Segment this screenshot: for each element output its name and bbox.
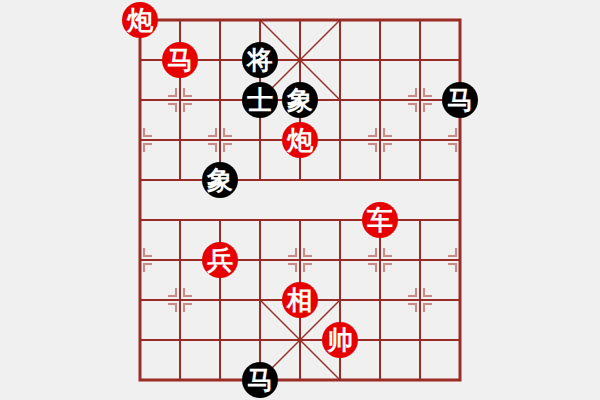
point-a6[interactable]: [120, 240, 160, 280]
point-a0[interactable]: 炮: [120, 0, 160, 40]
point-i0[interactable]: [440, 0, 480, 40]
point-d6[interactable]: [240, 240, 280, 280]
piece-black-elephant-2[interactable]: 象: [202, 162, 238, 198]
point-f2[interactable]: [320, 80, 360, 120]
point-g4[interactable]: [360, 160, 400, 200]
point-a4[interactable]: [120, 160, 160, 200]
point-f0[interactable]: [320, 0, 360, 40]
point-i4[interactable]: [440, 160, 480, 200]
point-g3[interactable]: [360, 120, 400, 160]
point-g8[interactable]: [360, 320, 400, 360]
point-b1[interactable]: 马: [160, 40, 200, 80]
point-f7[interactable]: [320, 280, 360, 320]
point-d7[interactable]: [240, 280, 280, 320]
point-g6[interactable]: [360, 240, 400, 280]
point-c6[interactable]: 兵: [200, 240, 240, 280]
point-d9[interactable]: 马: [240, 360, 280, 400]
point-i8[interactable]: [440, 320, 480, 360]
point-d4[interactable]: [240, 160, 280, 200]
point-a3[interactable]: [120, 120, 160, 160]
point-a5[interactable]: [120, 200, 160, 240]
point-b3[interactable]: [160, 120, 200, 160]
point-h8[interactable]: [400, 320, 440, 360]
point-a2[interactable]: [120, 80, 160, 120]
point-f1[interactable]: [320, 40, 360, 80]
point-h3[interactable]: [400, 120, 440, 160]
point-b2[interactable]: [160, 80, 200, 120]
point-h0[interactable]: [400, 0, 440, 40]
point-f5[interactable]: [320, 200, 360, 240]
point-d5[interactable]: [240, 200, 280, 240]
piece-red-cannon-1[interactable]: 炮: [122, 2, 158, 38]
point-a7[interactable]: [120, 280, 160, 320]
point-h9[interactable]: [400, 360, 440, 400]
piece-black-elephant-1[interactable]: 象: [282, 82, 318, 118]
point-e5[interactable]: [280, 200, 320, 240]
piece-red-elephant[interactable]: 相: [282, 282, 318, 318]
point-c2[interactable]: [200, 80, 240, 120]
piece-red-chariot[interactable]: 车: [362, 202, 398, 238]
point-e8[interactable]: [280, 320, 320, 360]
point-d2[interactable]: 士: [240, 80, 280, 120]
point-b9[interactable]: [160, 360, 200, 400]
point-b8[interactable]: [160, 320, 200, 360]
point-h7[interactable]: [400, 280, 440, 320]
point-c4[interactable]: 象: [200, 160, 240, 200]
point-h1[interactable]: [400, 40, 440, 80]
point-i6[interactable]: [440, 240, 480, 280]
point-f8[interactable]: 帅: [320, 320, 360, 360]
point-c0[interactable]: [200, 0, 240, 40]
point-g0[interactable]: [360, 0, 400, 40]
point-e7[interactable]: 相: [280, 280, 320, 320]
point-i1[interactable]: [440, 40, 480, 80]
point-c3[interactable]: [200, 120, 240, 160]
point-f4[interactable]: [320, 160, 360, 200]
point-b7[interactable]: [160, 280, 200, 320]
point-d0[interactable]: [240, 0, 280, 40]
point-c9[interactable]: [200, 360, 240, 400]
point-e0[interactable]: [280, 0, 320, 40]
point-h5[interactable]: [400, 200, 440, 240]
point-d8[interactable]: [240, 320, 280, 360]
xiangqi-app: 炮马将士象马炮象车兵相帅马: [0, 0, 600, 400]
point-e3[interactable]: 炮: [280, 120, 320, 160]
point-b0[interactable]: [160, 0, 200, 40]
point-e2[interactable]: 象: [280, 80, 320, 120]
point-c8[interactable]: [200, 320, 240, 360]
point-e4[interactable]: [280, 160, 320, 200]
piece-red-general[interactable]: 帅: [322, 322, 358, 358]
point-f3[interactable]: [320, 120, 360, 160]
point-b5[interactable]: [160, 200, 200, 240]
point-c5[interactable]: [200, 200, 240, 240]
piece-red-horse[interactable]: 马: [162, 42, 198, 78]
board[interactable]: 炮马将士象马炮象车兵相帅马: [120, 0, 480, 400]
point-d1[interactable]: 将: [240, 40, 280, 80]
point-b4[interactable]: [160, 160, 200, 200]
point-h6[interactable]: [400, 240, 440, 280]
point-b6[interactable]: [160, 240, 200, 280]
point-e1[interactable]: [280, 40, 320, 80]
point-a9[interactable]: [120, 360, 160, 400]
piece-red-soldier[interactable]: 兵: [202, 242, 238, 278]
point-c7[interactable]: [200, 280, 240, 320]
point-e6[interactable]: [280, 240, 320, 280]
point-h4[interactable]: [400, 160, 440, 200]
point-i7[interactable]: [440, 280, 480, 320]
point-i3[interactable]: [440, 120, 480, 160]
point-i2[interactable]: 马: [440, 80, 480, 120]
point-e9[interactable]: [280, 360, 320, 400]
piece-red-cannon-2[interactable]: 炮: [282, 122, 318, 158]
point-g1[interactable]: [360, 40, 400, 80]
point-a8[interactable]: [120, 320, 160, 360]
piece-black-general[interactable]: 将: [242, 42, 278, 78]
point-f9[interactable]: [320, 360, 360, 400]
point-i5[interactable]: [440, 200, 480, 240]
point-g2[interactable]: [360, 80, 400, 120]
point-d3[interactable]: [240, 120, 280, 160]
point-g7[interactable]: [360, 280, 400, 320]
piece-black-horse-1[interactable]: 马: [442, 82, 478, 118]
point-h2[interactable]: [400, 80, 440, 120]
point-a1[interactable]: [120, 40, 160, 80]
point-c1[interactable]: [200, 40, 240, 80]
piece-black-horse-2[interactable]: 马: [242, 362, 278, 398]
piece-black-advisor[interactable]: 士: [242, 82, 278, 118]
point-i9[interactable]: [440, 360, 480, 400]
point-g5[interactable]: 车: [360, 200, 400, 240]
point-f6[interactable]: [320, 240, 360, 280]
point-g9[interactable]: [360, 360, 400, 400]
